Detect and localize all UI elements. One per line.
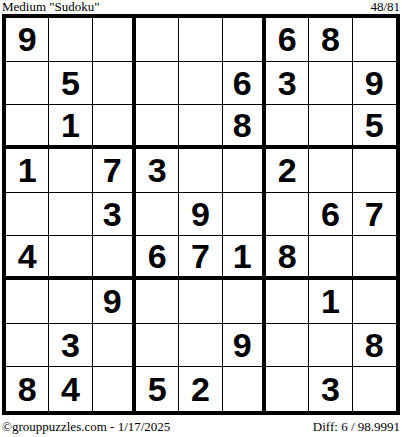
given-cell-r5c5: 9 xyxy=(179,193,222,237)
given-cell-r6c1: 4 xyxy=(6,236,49,280)
empty-cell-r7c4[interactable] xyxy=(136,280,179,324)
empty-cell-r5c1[interactable] xyxy=(6,193,49,237)
empty-cell-r8c3[interactable] xyxy=(93,324,136,368)
empty-cell-r3c3[interactable] xyxy=(93,105,136,149)
given-cell-r6c7: 8 xyxy=(266,236,309,280)
given-cell-r9c4: 5 xyxy=(136,367,179,411)
empty-cell-r1c2[interactable] xyxy=(49,18,92,62)
given-cell-r4c7: 2 xyxy=(266,149,309,193)
empty-cell-r4c6[interactable] xyxy=(223,149,266,193)
empty-cell-r3c1[interactable] xyxy=(6,105,49,149)
given-cell-r2c7: 3 xyxy=(266,62,309,106)
given-cell-r3c6: 8 xyxy=(223,105,266,149)
given-cell-r8c9: 8 xyxy=(353,324,396,368)
empty-cell-r4c5[interactable] xyxy=(179,149,222,193)
difficulty-rating: Diff: 6 / 98.9991 xyxy=(313,420,400,434)
given-cell-r4c4: 3 xyxy=(136,149,179,193)
given-cell-r4c3: 7 xyxy=(93,149,136,193)
given-cell-r1c8: 8 xyxy=(309,18,352,62)
empty-cell-r1c6[interactable] xyxy=(223,18,266,62)
empty-cell-r6c3[interactable] xyxy=(93,236,136,280)
empty-cell-r5c4[interactable] xyxy=(136,193,179,237)
empty-cell-r9c6[interactable] xyxy=(223,367,266,411)
empty-cell-r3c4[interactable] xyxy=(136,105,179,149)
given-cell-r2c9: 9 xyxy=(353,62,396,106)
given-cell-r3c9: 5 xyxy=(353,105,396,149)
empty-cell-r2c3[interactable] xyxy=(93,62,136,106)
empty-cell-r9c3[interactable] xyxy=(93,367,136,411)
puzzle-title: Medium "Sudoku" xyxy=(2,0,100,13)
empty-cell-r5c2[interactable] xyxy=(49,193,92,237)
empty-cell-r4c9[interactable] xyxy=(353,149,396,193)
given-cell-r2c6: 6 xyxy=(223,62,266,106)
given-cell-r9c5: 2 xyxy=(179,367,222,411)
given-cell-r7c3: 9 xyxy=(93,280,136,324)
empty-cell-r2c4[interactable] xyxy=(136,62,179,106)
footer: ©grouppuzzles.com - 1/17/2025 Diff: 6 / … xyxy=(2,420,400,434)
empty-cell-r9c7[interactable] xyxy=(266,367,309,411)
given-cell-r1c1: 9 xyxy=(6,18,49,62)
empty-cell-r8c7[interactable] xyxy=(266,324,309,368)
given-cell-r6c4: 6 xyxy=(136,236,179,280)
empty-cell-r1c9[interactable] xyxy=(353,18,396,62)
empty-cell-r7c9[interactable] xyxy=(353,280,396,324)
given-cell-r9c2: 4 xyxy=(49,367,92,411)
given-cell-r9c8: 3 xyxy=(309,367,352,411)
empty-cell-r3c7[interactable] xyxy=(266,105,309,149)
given-cell-r6c5: 7 xyxy=(179,236,222,280)
copyright-date: ©grouppuzzles.com - 1/17/2025 xyxy=(2,420,170,434)
empty-cell-r2c8[interactable] xyxy=(309,62,352,106)
given-cell-r8c2: 3 xyxy=(49,324,92,368)
empty-cell-r5c7[interactable] xyxy=(266,193,309,237)
empty-cell-r1c4[interactable] xyxy=(136,18,179,62)
empty-cell-r8c8[interactable] xyxy=(309,324,352,368)
empty-cell-r7c2[interactable] xyxy=(49,280,92,324)
empty-cell-r8c1[interactable] xyxy=(6,324,49,368)
given-cell-r5c9: 7 xyxy=(353,193,396,237)
given-cell-r5c8: 6 xyxy=(309,193,352,237)
empty-cell-r7c5[interactable] xyxy=(179,280,222,324)
given-cell-r6c6: 1 xyxy=(223,236,266,280)
empty-cell-r8c5[interactable] xyxy=(179,324,222,368)
empty-cell-r7c1[interactable] xyxy=(6,280,49,324)
empty-cell-r6c9[interactable] xyxy=(353,236,396,280)
given-cell-r4c1: 1 xyxy=(6,149,49,193)
given-cell-r9c1: 8 xyxy=(6,367,49,411)
empty-cell-r2c5[interactable] xyxy=(179,62,222,106)
empty-cell-r2c1[interactable] xyxy=(6,62,49,106)
sudoku-puzzle-page: Medium "Sudoku" 48/81 968563918517323967… xyxy=(0,0,402,437)
empty-cell-r4c8[interactable] xyxy=(309,149,352,193)
empty-cell-r1c5[interactable] xyxy=(179,18,222,62)
given-cell-r5c3: 3 xyxy=(93,193,136,237)
empty-cell-r7c7[interactable] xyxy=(266,280,309,324)
given-cell-r8c6: 9 xyxy=(223,324,266,368)
given-cell-r1c7: 6 xyxy=(266,18,309,62)
header: Medium "Sudoku" 48/81 xyxy=(2,0,400,13)
empty-cell-r7c6[interactable] xyxy=(223,280,266,324)
empty-cell-r1c3[interactable] xyxy=(93,18,136,62)
empty-cell-r9c9[interactable] xyxy=(353,367,396,411)
empty-cell-r3c8[interactable] xyxy=(309,105,352,149)
given-cell-r3c2: 1 xyxy=(49,105,92,149)
empty-cell-r5c6[interactable] xyxy=(223,193,266,237)
cells-remaining-counter: 48/81 xyxy=(370,0,400,13)
sudoku-board: 968563918517323967467189139884523 xyxy=(2,14,400,415)
given-cell-r7c8: 1 xyxy=(309,280,352,324)
empty-cell-r6c8[interactable] xyxy=(309,236,352,280)
empty-cell-r3c5[interactable] xyxy=(179,105,222,149)
given-cell-r2c2: 5 xyxy=(49,62,92,106)
empty-cell-r8c4[interactable] xyxy=(136,324,179,368)
empty-cell-r4c2[interactable] xyxy=(49,149,92,193)
empty-cell-r6c2[interactable] xyxy=(49,236,92,280)
